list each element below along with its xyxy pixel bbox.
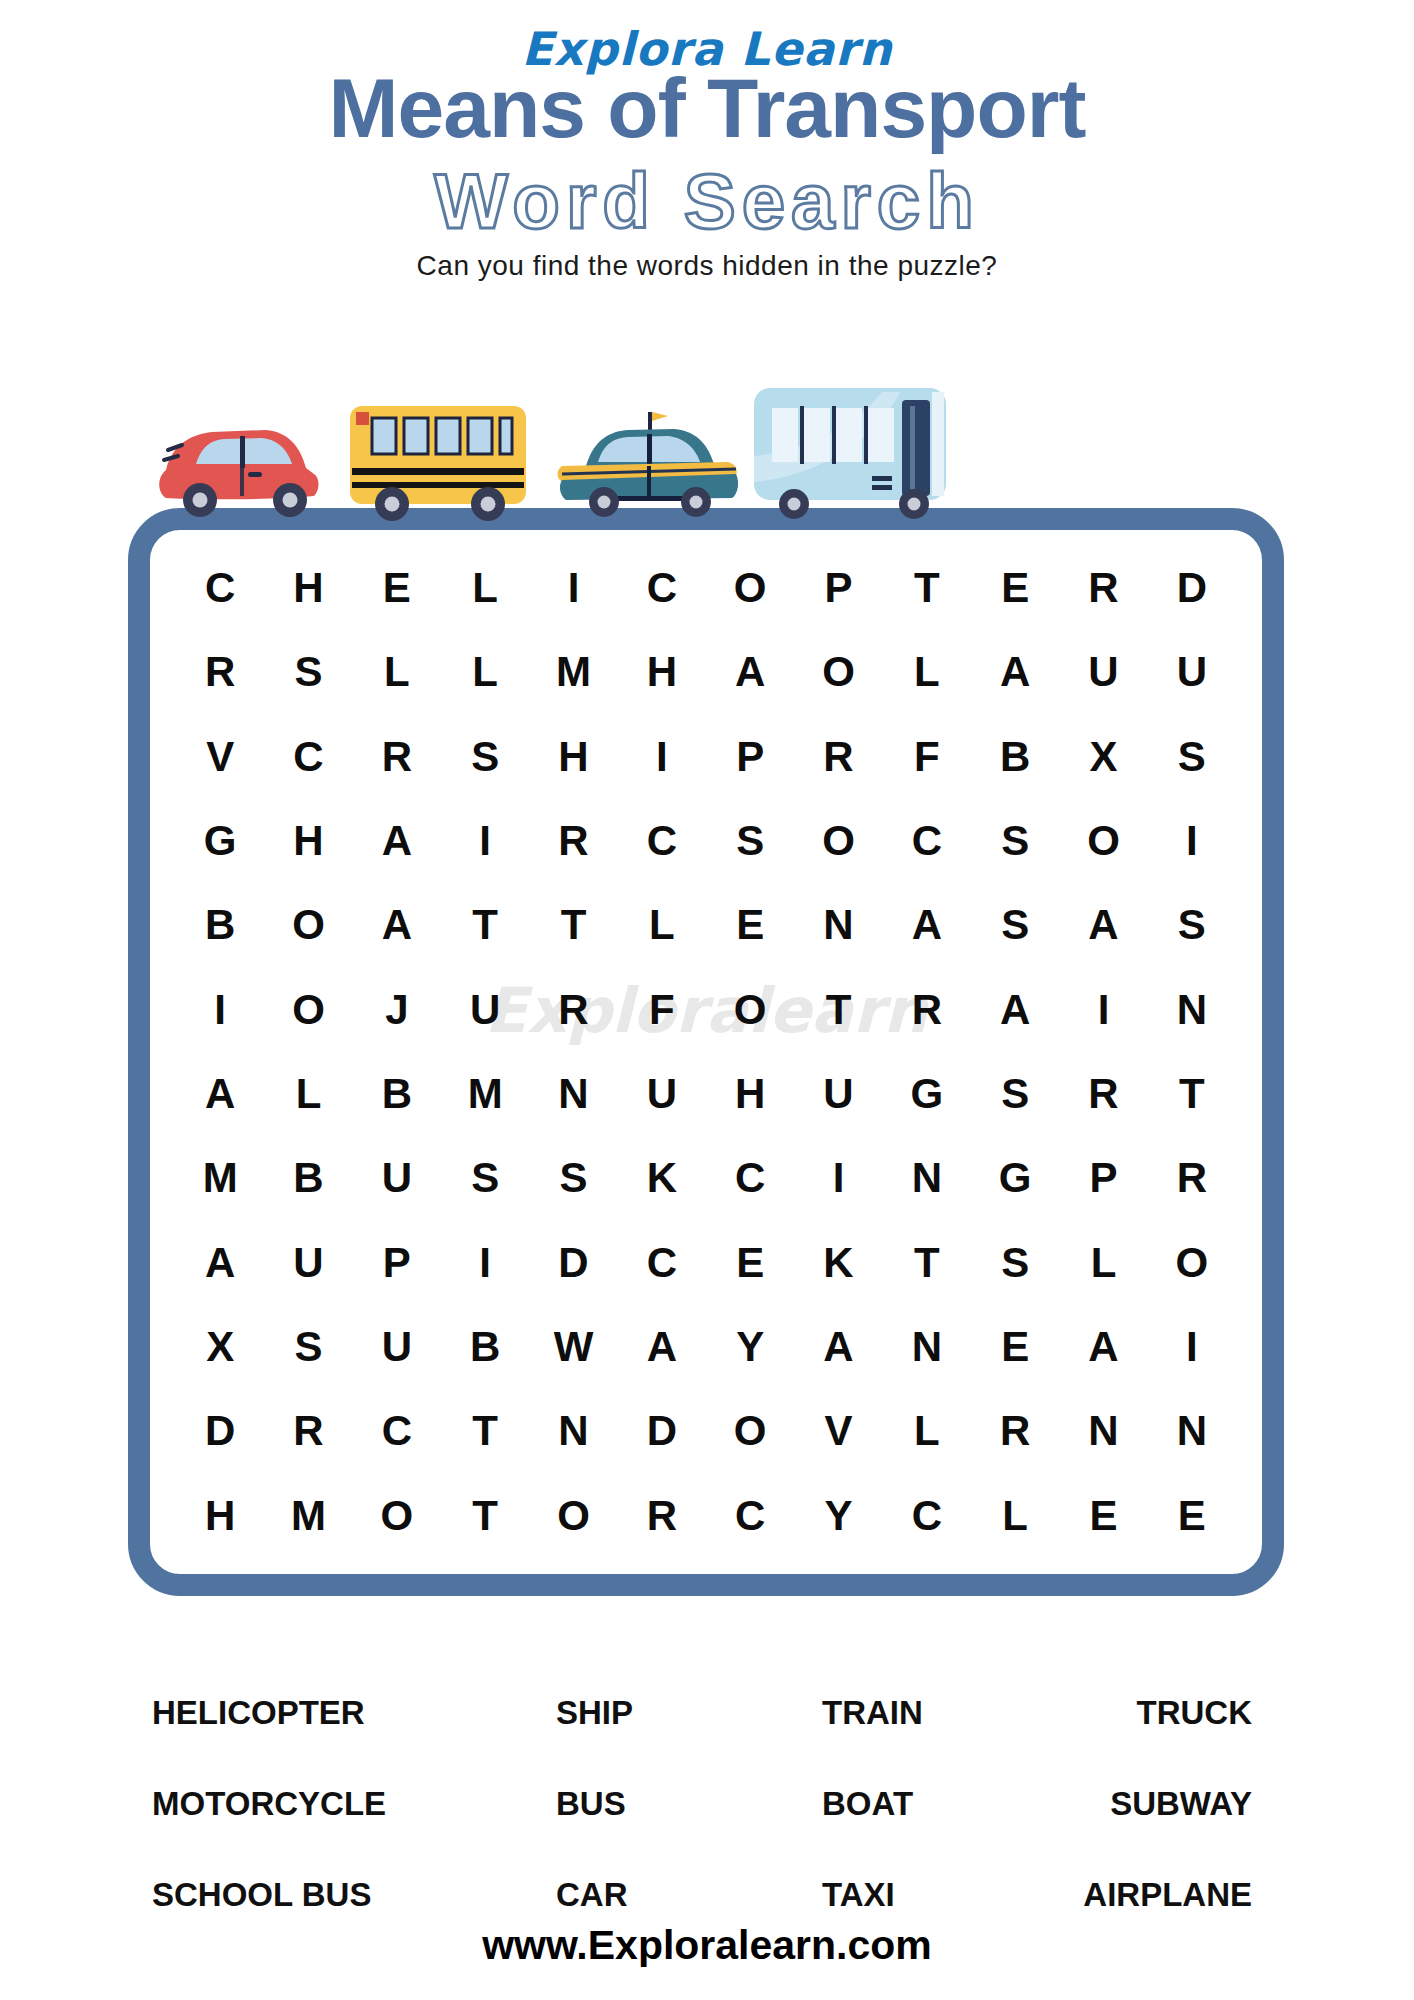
word-label: HELICOPTER (152, 1694, 386, 1732)
vehicle-illustrations (0, 296, 1414, 522)
city-bus-icon (748, 382, 953, 522)
word-label: SCHOOL BUS (152, 1876, 386, 1914)
word-label: TAXI (822, 1876, 923, 1914)
taxi-icon (550, 408, 740, 522)
schoolbus-stripe (352, 468, 524, 475)
word-label: CAR (556, 1876, 633, 1914)
schoolbus-stripe (352, 482, 524, 488)
schoolbus-marker (356, 412, 369, 425)
word-list-column: TRAINBOATTAXI (822, 1694, 923, 1967)
word-label: AIRPLANE (1083, 1876, 1252, 1914)
word-label: SUBWAY (1083, 1785, 1252, 1823)
car-door-handle (248, 472, 262, 477)
citybus-vent (872, 485, 892, 490)
taxi-door-line (647, 466, 651, 496)
word-list-column: SHIPBUSCAR (556, 1694, 633, 1967)
word-label: SHIP (556, 1694, 633, 1732)
word-label: BOAT (822, 1785, 923, 1823)
citybus-vent (872, 476, 892, 481)
word-label: TRAIN (822, 1694, 923, 1732)
word-label: TRUCK (1083, 1694, 1252, 1732)
car-door-line (240, 468, 244, 496)
car-pillar (240, 436, 245, 468)
taxi-flag-pole (648, 412, 652, 430)
school-bus-icon (342, 392, 532, 522)
word-label: BUS (556, 1785, 633, 1823)
word-list-column: TRUCKSUBWAYAIRPLANE (1083, 1694, 1252, 1967)
taxi-pillar (647, 434, 652, 466)
citybus-door (902, 400, 930, 496)
red-car-icon (150, 414, 332, 522)
worksheet-page: Explora Learn Means of Transport Word Se… (0, 0, 1414, 2000)
word-list-column: HELICOPTERMOTORCYCLESCHOOL BUS (152, 1694, 386, 1967)
schoolbus-windows (372, 418, 512, 454)
word-label: MOTORCYCLE (152, 1785, 386, 1823)
citybus-front-band (932, 392, 944, 496)
taxi-flag (652, 412, 668, 421)
